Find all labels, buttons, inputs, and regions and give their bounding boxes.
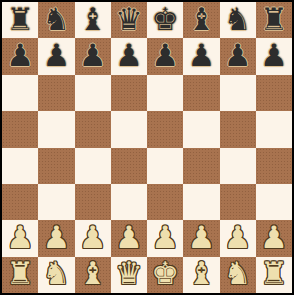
square-e7[interactable]: ♟ <box>147 38 183 74</box>
square-h4[interactable] <box>256 148 292 184</box>
square-c3[interactable] <box>75 184 111 220</box>
piece-black-rook[interactable]: ♜ <box>6 4 34 35</box>
square-a5[interactable] <box>2 111 38 147</box>
chess-board: ♜♞♝♛♚♝♞♜♟♟♟♟♟♟♟♟♟♟♟♟♟♟♟♟♜♞♝♛♚♝♞♜ <box>0 0 294 295</box>
piece-black-bishop[interactable]: ♝ <box>187 4 215 35</box>
square-b1[interactable]: ♞ <box>38 257 74 293</box>
piece-black-king[interactable]: ♚ <box>151 4 179 35</box>
square-d6[interactable] <box>111 75 147 111</box>
square-f3[interactable] <box>183 184 219 220</box>
square-e6[interactable] <box>147 75 183 111</box>
piece-white-bishop[interactable]: ♝ <box>187 258 215 289</box>
square-f2[interactable]: ♟ <box>183 220 219 256</box>
square-d8[interactable]: ♛ <box>111 2 147 38</box>
piece-white-pawn[interactable]: ♟ <box>224 222 252 253</box>
piece-black-pawn[interactable]: ♟ <box>151 40 179 71</box>
piece-black-queen[interactable]: ♛ <box>115 4 143 35</box>
square-b4[interactable] <box>38 148 74 184</box>
piece-black-knight[interactable]: ♞ <box>42 4 70 35</box>
square-a4[interactable] <box>2 148 38 184</box>
square-c7[interactable]: ♟ <box>75 38 111 74</box>
square-h5[interactable] <box>256 111 292 147</box>
square-d2[interactable]: ♟ <box>111 220 147 256</box>
piece-black-pawn[interactable]: ♟ <box>224 40 252 71</box>
square-c8[interactable]: ♝ <box>75 2 111 38</box>
piece-black-bishop[interactable]: ♝ <box>79 4 107 35</box>
square-c1[interactable]: ♝ <box>75 257 111 293</box>
square-a7[interactable]: ♟ <box>2 38 38 74</box>
square-d4[interactable] <box>111 148 147 184</box>
square-e3[interactable] <box>147 184 183 220</box>
square-e5[interactable] <box>147 111 183 147</box>
piece-black-pawn[interactable]: ♟ <box>6 40 34 71</box>
piece-black-rook[interactable]: ♜ <box>260 4 288 35</box>
square-c4[interactable] <box>75 148 111 184</box>
square-b3[interactable] <box>38 184 74 220</box>
square-g7[interactable]: ♟ <box>220 38 256 74</box>
piece-white-rook[interactable]: ♜ <box>260 258 288 289</box>
square-h8[interactable]: ♜ <box>256 2 292 38</box>
piece-white-rook[interactable]: ♜ <box>6 258 34 289</box>
square-b7[interactable]: ♟ <box>38 38 74 74</box>
square-h2[interactable]: ♟ <box>256 220 292 256</box>
square-g3[interactable] <box>220 184 256 220</box>
square-e8[interactable]: ♚ <box>147 2 183 38</box>
square-f6[interactable] <box>183 75 219 111</box>
piece-white-pawn[interactable]: ♟ <box>42 222 70 253</box>
square-c6[interactable] <box>75 75 111 111</box>
square-e2[interactable]: ♟ <box>147 220 183 256</box>
square-e4[interactable] <box>147 148 183 184</box>
square-b6[interactable] <box>38 75 74 111</box>
square-f4[interactable] <box>183 148 219 184</box>
square-d1[interactable]: ♛ <box>111 257 147 293</box>
piece-white-bishop[interactable]: ♝ <box>79 258 107 289</box>
piece-black-knight[interactable]: ♞ <box>224 4 252 35</box>
piece-white-knight[interactable]: ♞ <box>224 258 252 289</box>
piece-white-knight[interactable]: ♞ <box>42 258 70 289</box>
square-c5[interactable] <box>75 111 111 147</box>
square-h7[interactable]: ♟ <box>256 38 292 74</box>
square-g4[interactable] <box>220 148 256 184</box>
square-a8[interactable]: ♜ <box>2 2 38 38</box>
square-f1[interactable]: ♝ <box>183 257 219 293</box>
piece-white-queen[interactable]: ♛ <box>115 258 143 289</box>
square-c2[interactable]: ♟ <box>75 220 111 256</box>
square-b2[interactable]: ♟ <box>38 220 74 256</box>
piece-white-pawn[interactable]: ♟ <box>115 222 143 253</box>
square-g5[interactable] <box>220 111 256 147</box>
piece-white-pawn[interactable]: ♟ <box>260 222 288 253</box>
square-a6[interactable] <box>2 75 38 111</box>
square-g2[interactable]: ♟ <box>220 220 256 256</box>
square-f8[interactable]: ♝ <box>183 2 219 38</box>
square-f5[interactable] <box>183 111 219 147</box>
square-a1[interactable]: ♜ <box>2 257 38 293</box>
square-d5[interactable] <box>111 111 147 147</box>
piece-black-pawn[interactable]: ♟ <box>79 40 107 71</box>
piece-white-pawn[interactable]: ♟ <box>79 222 107 253</box>
piece-black-pawn[interactable]: ♟ <box>42 40 70 71</box>
square-g8[interactable]: ♞ <box>220 2 256 38</box>
square-a2[interactable]: ♟ <box>2 220 38 256</box>
square-d3[interactable] <box>111 184 147 220</box>
piece-black-pawn[interactable]: ♟ <box>115 40 143 71</box>
square-g1[interactable]: ♞ <box>220 257 256 293</box>
square-e1[interactable]: ♚ <box>147 257 183 293</box>
square-f7[interactable]: ♟ <box>183 38 219 74</box>
square-g6[interactable] <box>220 75 256 111</box>
square-a3[interactable] <box>2 184 38 220</box>
piece-black-pawn[interactable]: ♟ <box>187 40 215 71</box>
square-b8[interactable]: ♞ <box>38 2 74 38</box>
square-h1[interactable]: ♜ <box>256 257 292 293</box>
piece-white-pawn[interactable]: ♟ <box>6 222 34 253</box>
square-h3[interactable] <box>256 184 292 220</box>
piece-white-pawn[interactable]: ♟ <box>187 222 215 253</box>
piece-white-king[interactable]: ♚ <box>151 258 179 289</box>
square-b5[interactable] <box>38 111 74 147</box>
square-h6[interactable] <box>256 75 292 111</box>
piece-white-pawn[interactable]: ♟ <box>151 222 179 253</box>
piece-black-pawn[interactable]: ♟ <box>260 40 288 71</box>
square-d7[interactable]: ♟ <box>111 38 147 74</box>
